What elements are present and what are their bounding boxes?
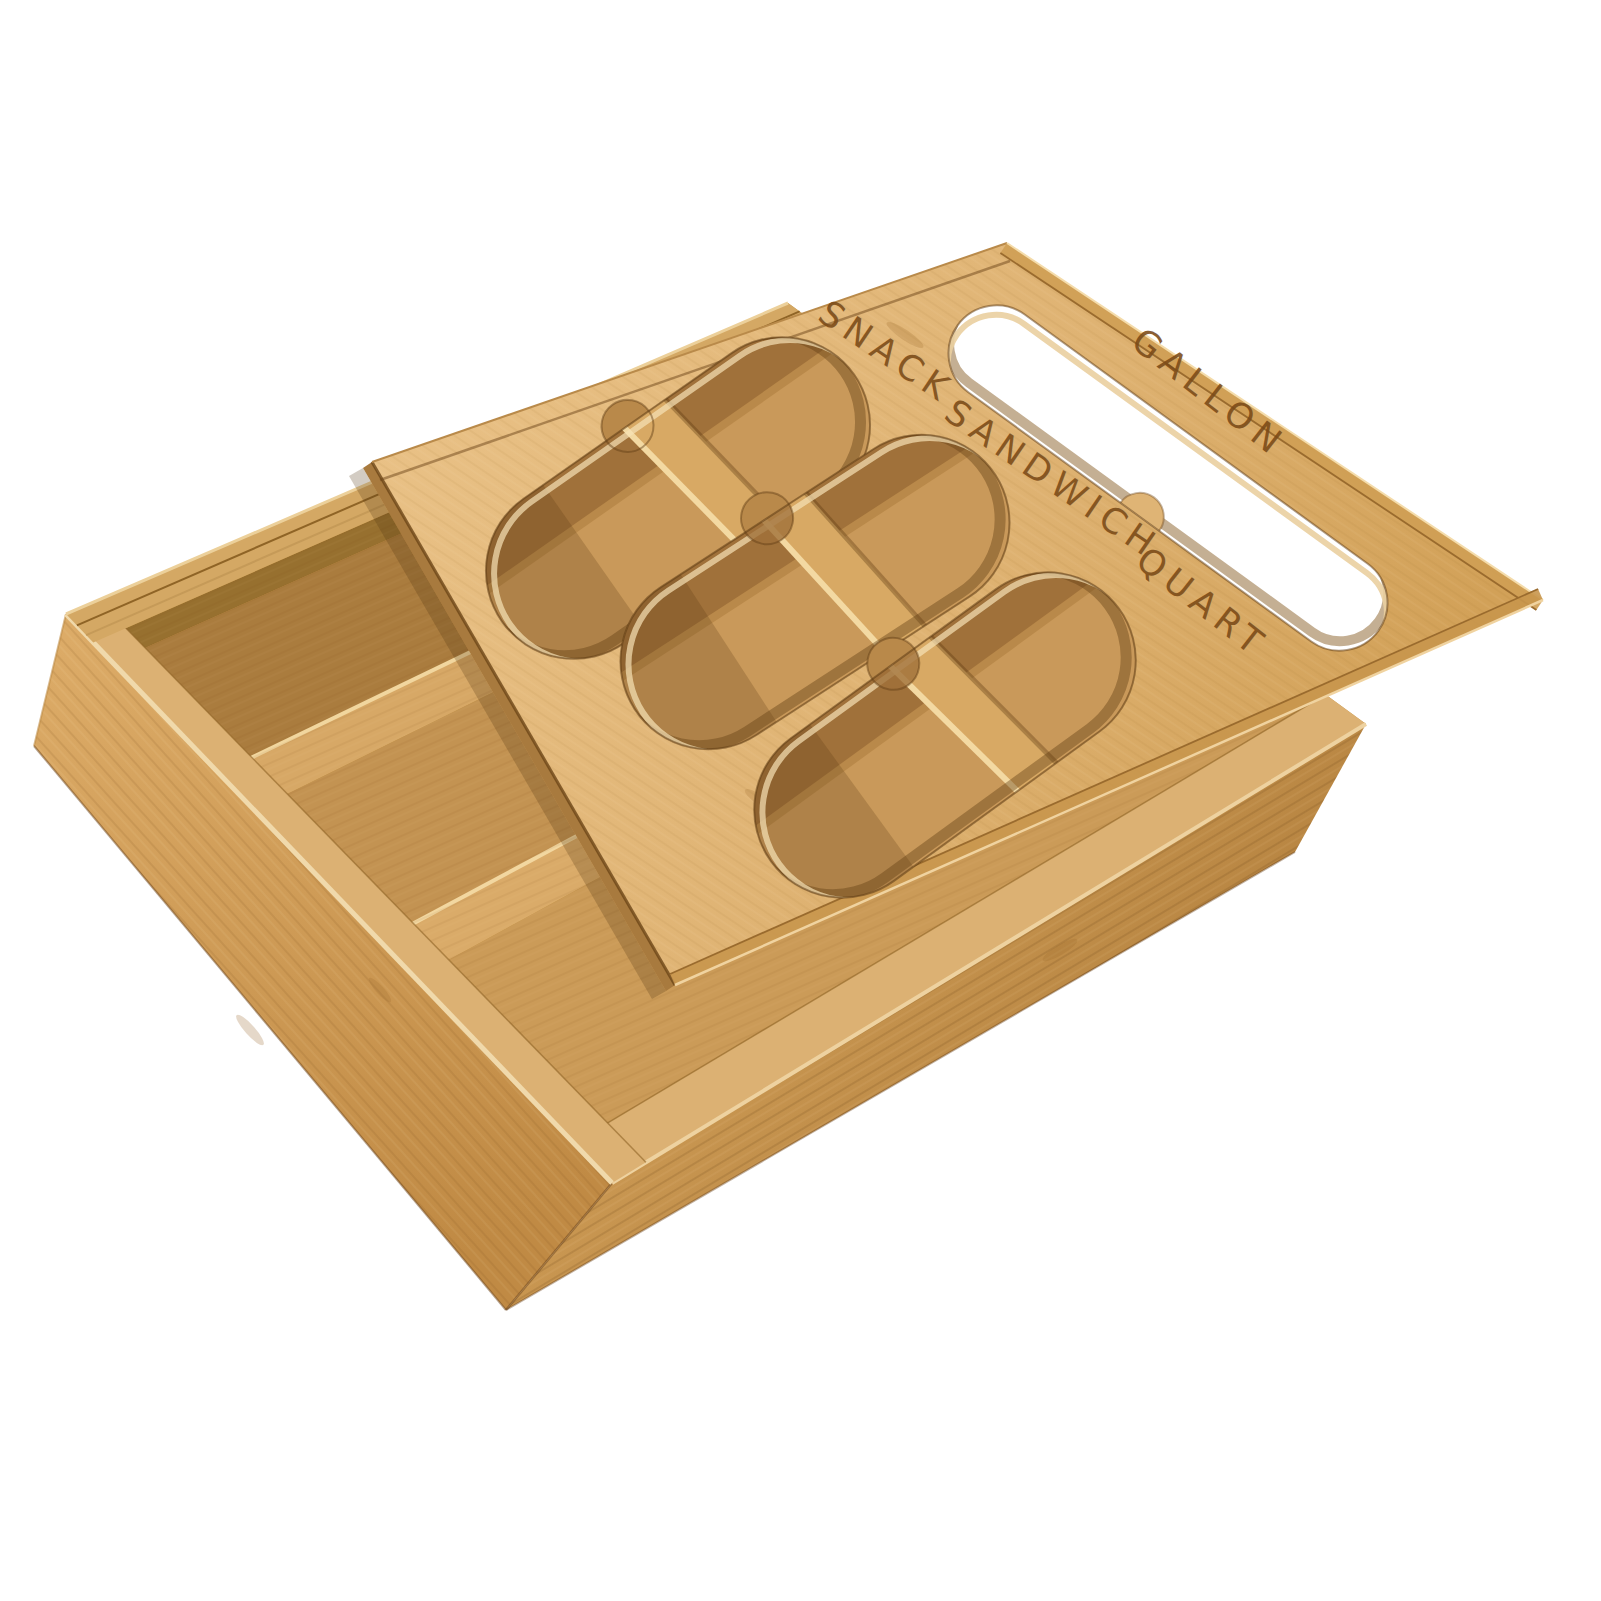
bamboo-bag-organizer-photo: SNACK SANDWICH GALLON QUART <box>0 0 1601 1601</box>
product-photo-canvas: SNACK SANDWICH GALLON QUART <box>0 0 1601 1601</box>
